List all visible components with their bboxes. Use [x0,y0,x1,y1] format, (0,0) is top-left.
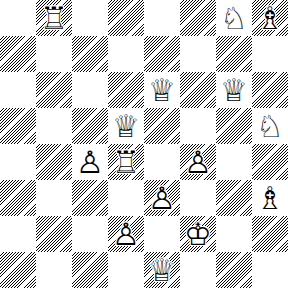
piece-halo [216,252,252,288]
square-d5[interactable]: ♛♕ [108,108,144,144]
square-f1[interactable] [180,252,216,288]
piece-black-undefined-icon [0,216,36,252]
square-f7[interactable] [180,36,216,72]
square-f5[interactable] [180,108,216,144]
square-g5[interactable] [216,108,252,144]
square-d8[interactable] [108,0,144,36]
square-a3[interactable] [0,180,36,216]
square-g1[interactable] [216,252,252,288]
piece-black-undefined-icon [252,36,288,72]
piece-halo: ♛ [144,252,180,288]
piece-white-pawn-icon: ♙ [180,144,216,180]
square-d7[interactable] [108,36,144,72]
square-h5[interactable]: ♞♘ [252,108,288,144]
square-e1[interactable]: ♛♕ [144,252,180,288]
piece-halo [252,144,288,180]
piece-halo: ♜ [108,144,144,180]
piece-black-undefined-icon [36,108,72,144]
piece-halo: ♜ [36,0,72,36]
piece-halo: ♞ [252,108,288,144]
square-e4[interactable] [144,144,180,180]
piece-halo: ♚ [180,216,216,252]
piece-white-queen-icon: ♕ [216,72,252,108]
square-g8[interactable]: ♞♘ [216,0,252,36]
square-h6[interactable] [252,72,288,108]
square-h7[interactable] [252,36,288,72]
square-b7[interactable] [36,36,72,72]
square-f4[interactable]: ♟♙ [180,144,216,180]
square-e7[interactable] [144,36,180,72]
piece-white-queen-icon: ♕ [144,72,180,108]
piece-white-king-icon: ♔ [180,216,216,252]
square-a6[interactable] [0,72,36,108]
square-b5[interactable] [36,108,72,144]
square-c2[interactable] [72,216,108,252]
square-c1[interactable] [72,252,108,288]
square-d3[interactable] [108,180,144,216]
square-b3[interactable] [36,180,72,216]
piece-white-pawn-icon: ♙ [72,144,108,180]
piece-white-bishop-icon: ♗ [252,0,288,36]
piece-white-pawn-icon: ♙ [144,180,180,216]
chess-board: ♜♖♞♘♝♗♛♕♛♕♛♕♞♘♟♙♜♖♟♙♟♙♝♗♟♙♚♔♛♕ [0,0,288,288]
piece-halo: ♛ [216,72,252,108]
piece-halo [36,72,72,108]
square-b4[interactable] [36,144,72,180]
piece-black-undefined-icon [72,108,108,144]
piece-black-undefined-icon [72,216,108,252]
square-h1[interactable] [252,252,288,288]
piece-halo [180,108,216,144]
square-e3[interactable]: ♟♙ [144,180,180,216]
piece-halo: ♟ [180,144,216,180]
piece-halo: ♟ [144,180,180,216]
square-e2[interactable] [144,216,180,252]
square-f2[interactable]: ♚♔ [180,216,216,252]
piece-halo [36,108,72,144]
square-b6[interactable] [36,72,72,108]
square-g7[interactable] [216,36,252,72]
piece-black-undefined-icon [252,144,288,180]
piece-halo [72,108,108,144]
square-f3[interactable] [180,180,216,216]
square-f6[interactable] [180,72,216,108]
square-g4[interactable] [216,144,252,180]
piece-black-undefined-icon [108,72,144,108]
chess-board-container: ♜♖♞♘♝♗♛♕♛♕♛♕♞♘♟♙♜♖♟♙♟♙♝♗♟♙♚♔♛♕ [0,0,288,288]
square-a8[interactable] [0,0,36,36]
piece-white-bishop-icon: ♗ [252,180,288,216]
piece-white-queen-icon: ♕ [108,108,144,144]
piece-halo: ♝ [252,180,288,216]
piece-black-undefined-icon [72,0,108,36]
square-g6[interactable]: ♛♕ [216,72,252,108]
square-c3[interactable] [72,180,108,216]
square-c4[interactable]: ♟♙ [72,144,108,180]
piece-halo: ♞ [216,0,252,36]
square-c5[interactable] [72,108,108,144]
square-b8[interactable]: ♜♖ [36,0,72,36]
square-e5[interactable] [144,108,180,144]
piece-halo [252,36,288,72]
square-f8[interactable] [180,0,216,36]
square-a4[interactable] [0,144,36,180]
square-d6[interactable] [108,72,144,108]
piece-white-pawn-icon: ♙ [108,216,144,252]
piece-halo: ♛ [144,72,180,108]
square-a2[interactable] [0,216,36,252]
square-b2[interactable] [36,216,72,252]
piece-white-rook-icon: ♖ [108,144,144,180]
square-c6[interactable] [72,72,108,108]
piece-halo [72,216,108,252]
square-d1[interactable] [108,252,144,288]
piece-black-undefined-icon [72,180,108,216]
square-e8[interactable] [144,0,180,36]
piece-halo: ♛ [108,108,144,144]
piece-halo [72,72,108,108]
square-c8[interactable] [72,0,108,36]
square-b1[interactable] [36,252,72,288]
piece-white-knight-icon: ♘ [252,108,288,144]
piece-black-undefined-icon [216,252,252,288]
square-a1[interactable] [0,252,36,288]
square-a5[interactable] [0,108,36,144]
piece-white-queen-icon: ♕ [144,252,180,288]
square-d4[interactable]: ♜♖ [108,144,144,180]
square-g3[interactable] [216,180,252,216]
square-d2[interactable]: ♟♙ [108,216,144,252]
piece-halo [108,72,144,108]
square-a7[interactable] [0,36,36,72]
square-e6[interactable]: ♛♕ [144,72,180,108]
square-h8[interactable]: ♝♗ [252,0,288,36]
square-h3[interactable]: ♝♗ [252,180,288,216]
piece-black-undefined-icon [36,72,72,108]
piece-black-undefined-icon [180,36,216,72]
piece-black-undefined-icon [72,72,108,108]
square-h2[interactable] [252,216,288,252]
piece-halo: ♝ [252,0,288,36]
piece-white-rook-icon: ♖ [36,0,72,36]
piece-halo [180,36,216,72]
square-h4[interactable] [252,144,288,180]
piece-halo: ♟ [108,216,144,252]
piece-halo [72,0,108,36]
square-c7[interactable] [72,36,108,72]
piece-white-knight-icon: ♘ [216,0,252,36]
piece-halo: ♟ [72,144,108,180]
piece-halo [0,216,36,252]
piece-black-undefined-icon [180,108,216,144]
square-g2[interactable] [216,216,252,252]
piece-halo [72,180,108,216]
